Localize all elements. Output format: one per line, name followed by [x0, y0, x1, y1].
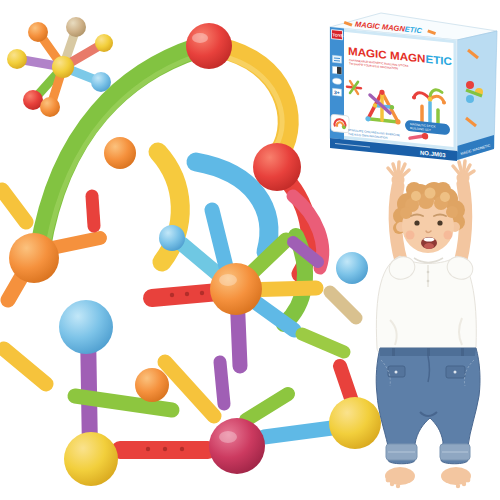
child-cheek [444, 231, 453, 240]
badge-mark [334, 58, 340, 59]
magnet-ball [59, 300, 113, 354]
decal-ball [466, 81, 474, 89]
ball-highlight [219, 274, 237, 286]
child-eye [414, 220, 419, 225]
magnet-ball [7, 49, 27, 69]
magnet-ball [159, 225, 185, 251]
belt-loop [392, 348, 395, 356]
box-front: TOYS 3+ MAGIC MAGNETIC CHANGEABLE MAGNET… [330, 27, 457, 161]
child-foot [385, 467, 415, 485]
magnet-rod [2, 190, 26, 222]
ball-highlight [192, 33, 208, 43]
badge-mark [337, 67, 342, 74]
magnet-ball [209, 418, 265, 474]
child-toe [462, 482, 466, 486]
child-left-hand [453, 161, 474, 185]
magnet-rod [220, 362, 224, 404]
shirt-button [427, 280, 430, 283]
child-toe [466, 478, 471, 483]
child-toe [456, 484, 460, 488]
magnet-ball [9, 233, 59, 283]
magnet-rod [52, 238, 100, 248]
magnet-ball [210, 263, 262, 315]
magnet-rod [264, 428, 332, 437]
magnet-ball [135, 368, 169, 402]
decal-ball [466, 95, 474, 103]
shirt-collar [414, 258, 443, 263]
pocket-button [395, 371, 398, 374]
cert-badge [333, 55, 342, 63]
magnet-rod [92, 196, 94, 226]
child-toe [396, 484, 400, 488]
lid-title-blue: ETIC [404, 25, 422, 36]
child-eye [437, 220, 442, 225]
magnet-ball [95, 34, 113, 52]
rod-stud [146, 447, 150, 451]
magnet-ball [64, 432, 118, 486]
magnet-ball [28, 22, 48, 42]
rod-stud [185, 292, 189, 296]
child-cheek [406, 231, 415, 240]
child-toe [386, 478, 391, 483]
child-teeth [424, 238, 435, 242]
child-tongue [424, 243, 434, 249]
product-box: MAGIC MAGNETIC MAGIC MAGNETIC TOYS [330, 13, 497, 161]
magnet-ball [186, 23, 232, 69]
belt-loop [461, 348, 464, 356]
shirt-button [427, 271, 430, 274]
child-toe [390, 482, 394, 486]
ball-highlight [219, 431, 237, 443]
magnet-ball [329, 397, 381, 449]
magnet-rod [330, 292, 356, 318]
badge-mark [334, 60, 340, 61]
magnet-ball [66, 17, 86, 37]
child-right-hand [388, 162, 409, 187]
magnet-rod [302, 334, 344, 352]
product-photo: MAGIC MAGNETIC MAGIC MAGNETIC TOYS [0, 0, 500, 500]
product-photo-art: MAGIC MAGNETIC MAGIC MAGNETIC TOYS [0, 0, 500, 500]
belt-loop [427, 348, 430, 356]
pocket-button [454, 371, 457, 374]
magnet-ball [40, 97, 60, 117]
toddler-illustration [376, 161, 480, 488]
magnet-rod [246, 394, 288, 420]
rod-stud [163, 447, 167, 451]
rod-stud [180, 447, 184, 451]
magnet-ball [253, 143, 301, 191]
age-badge-label: 3+ [334, 89, 340, 96]
magnet-ball [52, 56, 74, 78]
magnet-ball [104, 137, 136, 169]
rod-stud [170, 293, 174, 297]
magnet-ball [336, 252, 368, 284]
rod-stud [200, 291, 204, 295]
magnet-rod [4, 349, 46, 384]
child-foot [441, 467, 471, 485]
